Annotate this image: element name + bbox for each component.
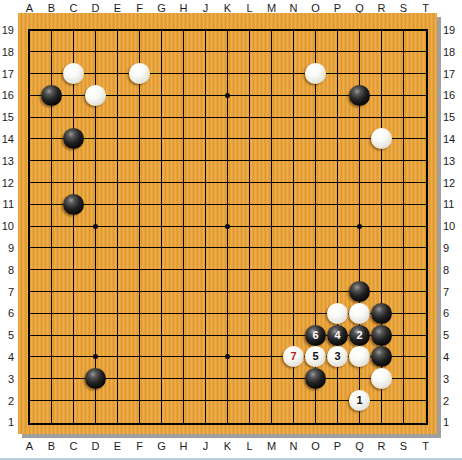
coordinate-label: 10 <box>0 215 16 237</box>
coordinate-label: 2 <box>443 390 459 412</box>
coordinate-label: M <box>261 440 283 452</box>
black-stone <box>349 85 370 106</box>
coordinate-label: 19 <box>0 19 16 41</box>
coordinate-label: 15 <box>0 106 16 128</box>
coordinate-label: P <box>327 440 349 452</box>
coordinate-label: 18 <box>0 41 16 63</box>
black-stone <box>63 194 84 215</box>
coordinate-label: 3 <box>443 368 459 390</box>
move-number: 2 <box>356 330 362 341</box>
coordinate-label: 12 <box>0 172 16 194</box>
stones-layer: 6427531 <box>19 19 437 433</box>
black-stone <box>349 281 370 302</box>
black-stone <box>371 346 392 367</box>
move-number: 3 <box>334 351 340 362</box>
coordinate-label: F <box>129 440 151 452</box>
coordinate-label: S <box>393 440 415 452</box>
column-labels-bottom: ABCDEFGHJKLMNOPQRST <box>19 440 437 452</box>
coordinate-label: T <box>415 440 437 452</box>
star-point <box>225 354 230 359</box>
star-point <box>93 224 98 229</box>
black-stone <box>85 368 106 389</box>
coordinate-label: L <box>239 440 261 452</box>
move-number: 5 <box>312 351 318 362</box>
coordinate-label: 11 <box>443 193 459 215</box>
coordinate-label: J <box>195 440 217 452</box>
coordinate-label: 16 <box>0 84 16 106</box>
coordinate-label: 12 <box>443 172 459 194</box>
black-stone: 6 <box>305 325 326 346</box>
coordinate-label: 8 <box>0 259 16 281</box>
white-stone <box>305 63 326 84</box>
white-stone: 1 <box>349 390 370 411</box>
coordinate-label: 8 <box>443 259 459 281</box>
coordinate-label: 10 <box>443 215 459 237</box>
black-stone: 2 <box>349 325 370 346</box>
coordinate-label: R <box>371 440 393 452</box>
move-number: 7 <box>290 351 296 362</box>
coordinate-label: 17 <box>0 63 16 85</box>
coordinate-label: 15 <box>443 106 459 128</box>
white-stone: 3 <box>327 346 348 367</box>
black-stone <box>63 128 84 149</box>
coordinate-label: 7 <box>0 281 16 303</box>
star-point <box>225 93 230 98</box>
coordinate-label: 19 <box>443 19 459 41</box>
coordinate-label: B <box>41 440 63 452</box>
white-stone: 7 <box>283 346 304 367</box>
black-stone <box>305 368 326 389</box>
row-labels-right: 19181716151413121110987654321 <box>443 19 459 433</box>
coordinate-label: 5 <box>443 324 459 346</box>
go-board[interactable]: 6427531 <box>18 13 437 434</box>
black-stone <box>371 325 392 346</box>
coordinate-label: 13 <box>443 150 459 172</box>
coordinate-label: 14 <box>0 128 16 150</box>
coordinate-label: 4 <box>443 346 459 368</box>
coordinate-label: 17 <box>443 63 459 85</box>
star-point <box>225 224 230 229</box>
coordinate-label: D <box>85 440 107 452</box>
black-stone <box>41 85 62 106</box>
white-stone <box>371 368 392 389</box>
coordinate-label: 6 <box>443 302 459 324</box>
star-point <box>93 354 98 359</box>
white-stone <box>129 63 150 84</box>
coordinate-label: 6 <box>0 302 16 324</box>
coordinate-label: E <box>107 440 129 452</box>
go-diagram: ABCDEFGHJKLMNOPQRST ABCDEFGHJKLMNOPQRST … <box>0 0 462 460</box>
black-stone: 4 <box>327 325 348 346</box>
coordinate-label: C <box>63 440 85 452</box>
white-stone <box>63 63 84 84</box>
coordinate-label: 16 <box>443 84 459 106</box>
coordinate-label: 7 <box>443 281 459 303</box>
coordinate-label: 9 <box>443 237 459 259</box>
coordinate-label: 14 <box>443 128 459 150</box>
coordinate-label: N <box>283 440 305 452</box>
move-number: 4 <box>334 330 340 341</box>
coordinate-label: K <box>217 440 239 452</box>
coordinate-label: 4 <box>0 346 16 368</box>
row-labels-left: 19181716151413121110987654321 <box>0 19 16 433</box>
coordinate-label: 2 <box>0 390 16 412</box>
coordinate-label: 9 <box>0 237 16 259</box>
coordinate-label: 13 <box>0 150 16 172</box>
coordinate-label: A <box>19 440 41 452</box>
black-stone <box>371 303 392 324</box>
coordinate-label: G <box>151 440 173 452</box>
white-stone <box>349 303 370 324</box>
white-stone <box>327 303 348 324</box>
coordinate-label: 18 <box>443 41 459 63</box>
white-stone <box>349 346 370 367</box>
coordinate-label: 1 <box>0 411 16 433</box>
white-stone <box>85 85 106 106</box>
coordinate-label: 1 <box>443 411 459 433</box>
move-number: 1 <box>356 395 362 406</box>
coordinate-label: 11 <box>0 193 16 215</box>
coordinate-label: 5 <box>0 324 16 346</box>
coordinate-label: 3 <box>0 368 16 390</box>
star-point <box>357 224 362 229</box>
white-stone: 5 <box>305 346 326 367</box>
coordinate-label: Q <box>349 440 371 452</box>
move-number: 6 <box>312 330 318 341</box>
coordinate-label: O <box>305 440 327 452</box>
white-stone <box>371 128 392 149</box>
coordinate-label: H <box>173 440 195 452</box>
